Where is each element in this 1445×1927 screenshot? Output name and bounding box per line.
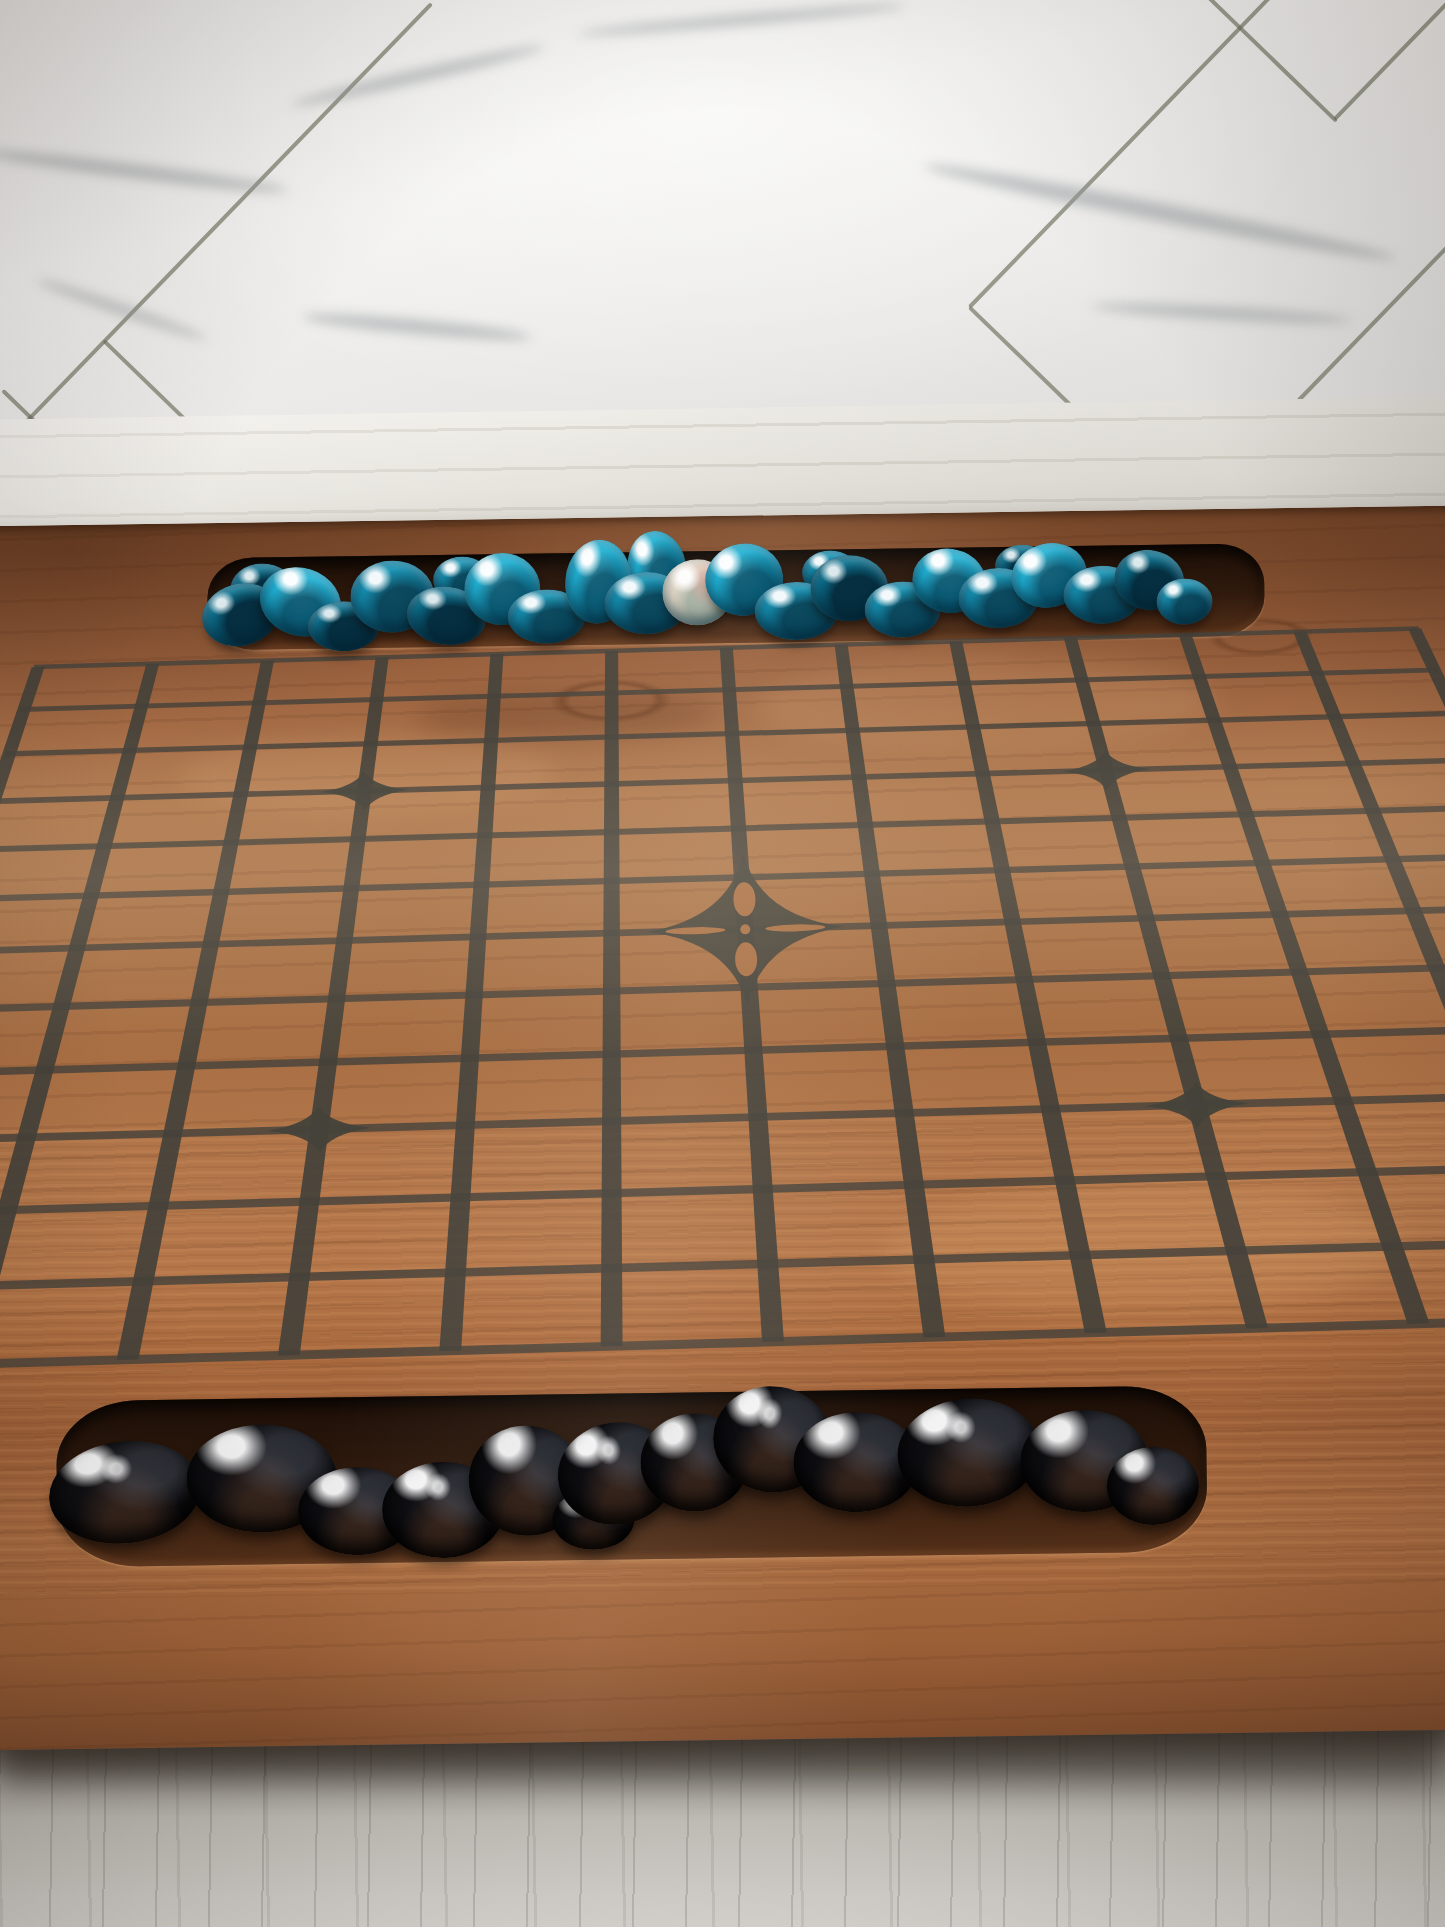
black-glass-stone[interactable] bbox=[1106, 1446, 1199, 1525]
go-board-photo-scene bbox=[0, 0, 1445, 1927]
go-board bbox=[0, 0, 1445, 1927]
black-stone-tray bbox=[0, 0, 1445, 1927]
black-glass-stone[interactable] bbox=[43, 1433, 206, 1552]
